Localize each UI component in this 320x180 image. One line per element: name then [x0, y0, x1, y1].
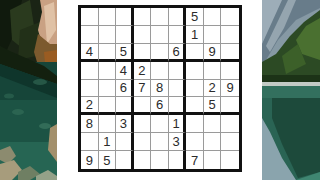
sudoku-cell-r7c4[interactable] [134, 115, 152, 133]
sudoku-cell-r1c8[interactable] [204, 8, 222, 26]
sudoku-cell-r9c8[interactable] [204, 151, 222, 169]
sudoku-cell-r8c9[interactable] [221, 133, 239, 151]
sudoku-cell-r1c5[interactable] [151, 8, 169, 26]
sudoku-cell-r3c3[interactable]: 5 [116, 44, 134, 62]
sudoku-cell-r3c6[interactable]: 6 [169, 44, 187, 62]
sudoku-cell-r4c1[interactable] [81, 62, 99, 80]
sudoku-cell-r8c4[interactable] [134, 133, 152, 151]
sudoku-cell-r6c1[interactable]: 2 [81, 97, 99, 115]
sudoku-cell-r5c4[interactable]: 7 [134, 80, 152, 98]
sudoku-cell-r4c2[interactable] [99, 62, 117, 80]
sudoku-cell-r2c6[interactable] [169, 26, 187, 44]
sudoku-cell-r6c6[interactable] [169, 97, 187, 115]
sudoku-cell-r1c4[interactable] [134, 8, 152, 26]
sudoku-cell-r9c5[interactable] [151, 151, 169, 169]
sudoku-cell-r6c2[interactable] [99, 97, 117, 115]
sudoku-cell-r4c3[interactable]: 4 [116, 62, 134, 80]
sudoku-cell-r5c8[interactable]: 2 [204, 80, 222, 98]
sudoku-cell-r9c9[interactable] [221, 151, 239, 169]
sudoku-cell-r8c8[interactable] [204, 133, 222, 151]
sudoku-board: 514569426782926583113957 [78, 5, 242, 172]
sudoku-cell-r3c9[interactable] [221, 44, 239, 62]
sudoku-cell-r1c7[interactable]: 5 [186, 8, 204, 26]
sudoku-cell-r8c7[interactable] [186, 133, 204, 151]
sudoku-cell-r9c4[interactable] [134, 151, 152, 169]
sudoku-cell-r1c2[interactable] [99, 8, 117, 26]
sudoku-cell-r3c2[interactable] [99, 44, 117, 62]
sudoku-cell-r1c3[interactable] [116, 8, 134, 26]
sudoku-cell-r2c3[interactable] [116, 26, 134, 44]
sudoku-cell-r6c8[interactable]: 5 [204, 97, 222, 115]
sudoku-cell-r1c6[interactable] [169, 8, 187, 26]
sudoku-cell-r7c6[interactable]: 1 [169, 115, 187, 133]
sudoku-cell-r5c3[interactable]: 6 [116, 80, 134, 98]
sudoku-cell-r1c1[interactable] [81, 8, 99, 26]
sudoku-cell-r9c3[interactable] [116, 151, 134, 169]
sudoku-cell-r3c7[interactable] [186, 44, 204, 62]
sudoku-cell-r6c3[interactable] [116, 97, 134, 115]
sudoku-cell-r3c8[interactable]: 9 [204, 44, 222, 62]
sudoku-cell-r5c6[interactable] [169, 80, 187, 98]
sudoku-cell-r4c9[interactable] [221, 62, 239, 80]
sudoku-cell-r4c7[interactable] [186, 62, 204, 80]
sudoku-cell-r5c7[interactable] [186, 80, 204, 98]
sudoku-cell-r2c7[interactable]: 1 [186, 26, 204, 44]
sudoku-cell-r7c3[interactable]: 3 [116, 115, 134, 133]
sudoku-cell-r3c5[interactable] [151, 44, 169, 62]
sudoku-cell-r8c3[interactable] [116, 133, 134, 151]
sudoku-cell-r8c6[interactable]: 3 [169, 133, 187, 151]
sudoku-cell-r1c9[interactable] [221, 8, 239, 26]
lake-forest-cliff-illustration [0, 0, 57, 180]
sudoku-cell-r9c6[interactable] [169, 151, 187, 169]
sudoku-cell-r5c1[interactable] [81, 80, 99, 98]
sudoku-cell-r3c4[interactable] [134, 44, 152, 62]
sudoku-cell-r6c9[interactable] [221, 97, 239, 115]
sudoku-cell-r4c5[interactable] [151, 62, 169, 80]
sudoku-cell-r9c1[interactable]: 9 [81, 151, 99, 169]
sudoku-cell-r2c4[interactable] [134, 26, 152, 44]
sudoku-cell-r7c8[interactable] [204, 115, 222, 133]
sudoku-cell-r4c4[interactable]: 2 [134, 62, 152, 80]
sudoku-cell-r6c7[interactable] [186, 97, 204, 115]
sudoku-cell-r8c2[interactable]: 1 [99, 133, 117, 151]
sudoku-cell-r7c7[interactable] [186, 115, 204, 133]
sudoku-cell-r7c2[interactable] [99, 115, 117, 133]
sudoku-cell-r7c9[interactable] [221, 115, 239, 133]
sudoku-cell-r2c8[interactable] [204, 26, 222, 44]
sudoku-cell-r5c2[interactable] [99, 80, 117, 98]
sudoku-cell-r7c5[interactable] [151, 115, 169, 133]
sudoku-cell-r2c2[interactable] [99, 26, 117, 44]
sudoku-cell-r9c2[interactable]: 5 [99, 151, 117, 169]
sudoku-cell-r5c9[interactable]: 9 [221, 80, 239, 98]
screenshot: 514569426782926583113957 [0, 0, 320, 180]
sudoku-cell-r2c9[interactable] [221, 26, 239, 44]
sudoku-cell-r4c6[interactable] [169, 62, 187, 80]
sudoku-cell-r7c1[interactable]: 8 [81, 115, 99, 133]
left-photo [0, 0, 57, 180]
sudoku-cell-r6c5[interactable]: 6 [151, 97, 169, 115]
sudoku-cell-r8c5[interactable] [151, 133, 169, 151]
sudoku-cell-r2c5[interactable] [151, 26, 169, 44]
sudoku-cell-r2c1[interactable] [81, 26, 99, 44]
sudoku-cell-r9c7[interactable]: 7 [186, 151, 204, 169]
sudoku-cell-r3c1[interactable]: 4 [81, 44, 99, 62]
sudoku-cell-r4c8[interactable] [204, 62, 222, 80]
right-photo [262, 0, 320, 180]
sudoku-cell-r8c1[interactable] [81, 133, 99, 151]
sudoku-cell-r5c5[interactable]: 8 [151, 80, 169, 98]
mountain-lake-reflection-illustration [262, 0, 320, 180]
sudoku-cell-r6c4[interactable] [134, 97, 152, 115]
